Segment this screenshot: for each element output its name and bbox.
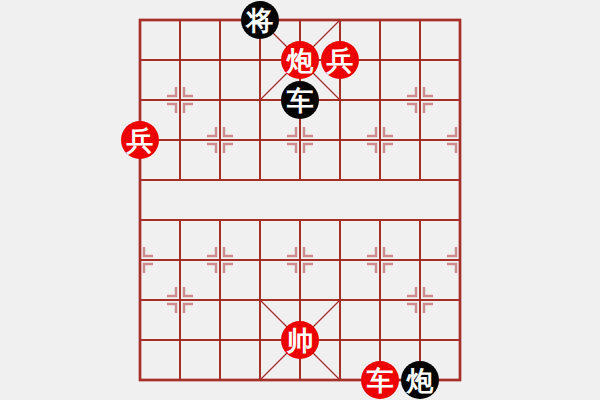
piece-red-chariot[interactable]: 车 xyxy=(361,361,399,399)
intersection[interactable] xyxy=(360,240,400,280)
intersection[interactable] xyxy=(400,280,440,320)
intersection[interactable] xyxy=(320,280,360,320)
intersection[interactable] xyxy=(320,160,360,200)
intersection[interactable] xyxy=(240,200,280,240)
piece-black-general[interactable]: 将 xyxy=(241,1,279,39)
intersection[interactable] xyxy=(440,0,480,40)
intersection[interactable] xyxy=(120,240,160,280)
intersection[interactable] xyxy=(360,0,400,40)
intersection[interactable] xyxy=(360,280,400,320)
intersection[interactable] xyxy=(160,0,200,40)
intersection[interactable] xyxy=(280,0,320,40)
intersection[interactable] xyxy=(400,0,440,40)
intersection[interactable] xyxy=(160,160,200,200)
intersection[interactable] xyxy=(440,280,480,320)
intersection[interactable] xyxy=(200,0,240,40)
intersection[interactable] xyxy=(280,280,320,320)
intersection[interactable] xyxy=(400,320,440,360)
intersection[interactable] xyxy=(160,240,200,280)
intersection[interactable] xyxy=(120,40,160,80)
intersection[interactable] xyxy=(160,120,200,160)
intersection[interactable] xyxy=(120,200,160,240)
intersection[interactable] xyxy=(440,360,480,400)
intersection[interactable] xyxy=(400,40,440,80)
intersection[interactable] xyxy=(400,240,440,280)
intersection[interactable] xyxy=(360,160,400,200)
intersection[interactable] xyxy=(360,80,400,120)
intersection[interactable] xyxy=(120,80,160,120)
piece-red-general[interactable]: 帅 xyxy=(281,321,319,359)
intersection[interactable] xyxy=(200,160,240,200)
intersection[interactable] xyxy=(320,120,360,160)
intersection[interactable] xyxy=(400,160,440,200)
piece-black-chariot[interactable]: 车 xyxy=(281,81,319,119)
piece-red-soldier[interactable]: 兵 xyxy=(121,121,159,159)
intersection[interactable] xyxy=(440,40,480,80)
intersection[interactable] xyxy=(320,200,360,240)
intersection[interactable] xyxy=(320,360,360,400)
intersection[interactable] xyxy=(200,80,240,120)
intersection[interactable] xyxy=(320,240,360,280)
intersection[interactable] xyxy=(200,240,240,280)
intersection[interactable] xyxy=(440,120,480,160)
intersection[interactable] xyxy=(160,80,200,120)
intersection[interactable] xyxy=(160,40,200,80)
intersection[interactable] xyxy=(200,320,240,360)
intersection[interactable] xyxy=(320,0,360,40)
intersection[interactable] xyxy=(240,280,280,320)
intersection[interactable] xyxy=(280,360,320,400)
intersection[interactable] xyxy=(360,40,400,80)
intersection[interactable] xyxy=(200,40,240,80)
intersection[interactable] xyxy=(240,120,280,160)
intersection[interactable] xyxy=(120,280,160,320)
intersection[interactable] xyxy=(160,200,200,240)
intersection[interactable] xyxy=(240,80,280,120)
intersection[interactable] xyxy=(280,120,320,160)
intersection[interactable] xyxy=(240,360,280,400)
intersection[interactable] xyxy=(200,120,240,160)
intersection[interactable] xyxy=(400,120,440,160)
xiangqi-board: 将炮兵车兵帅车炮 xyxy=(0,0,600,400)
piece-red-cannon[interactable]: 炮 xyxy=(281,41,319,79)
intersection[interactable] xyxy=(200,360,240,400)
intersection[interactable] xyxy=(240,320,280,360)
intersection[interactable] xyxy=(280,200,320,240)
intersection[interactable] xyxy=(360,320,400,360)
intersection[interactable] xyxy=(120,320,160,360)
intersection[interactable] xyxy=(280,240,320,280)
intersection[interactable] xyxy=(400,200,440,240)
piece-red-soldier[interactable]: 兵 xyxy=(321,41,359,79)
intersection[interactable] xyxy=(120,0,160,40)
intersection[interactable] xyxy=(200,200,240,240)
intersection[interactable] xyxy=(360,200,400,240)
intersection[interactable] xyxy=(160,280,200,320)
intersection[interactable] xyxy=(200,280,240,320)
intersection[interactable] xyxy=(160,360,200,400)
intersection[interactable] xyxy=(320,320,360,360)
intersection[interactable] xyxy=(320,80,360,120)
intersection[interactable] xyxy=(240,40,280,80)
intersection[interactable] xyxy=(440,200,480,240)
intersection[interactable] xyxy=(240,160,280,200)
intersection[interactable] xyxy=(440,80,480,120)
intersection[interactable] xyxy=(360,120,400,160)
intersection[interactable] xyxy=(120,160,160,200)
intersection[interactable] xyxy=(120,360,160,400)
board: 将炮兵车兵帅车炮 xyxy=(120,0,480,400)
intersection[interactable] xyxy=(440,240,480,280)
intersection[interactable] xyxy=(160,320,200,360)
intersection[interactable] xyxy=(400,80,440,120)
piece-black-cannon[interactable]: 炮 xyxy=(401,361,439,399)
intersection[interactable] xyxy=(240,240,280,280)
intersection[interactable] xyxy=(280,160,320,200)
intersection[interactable] xyxy=(440,160,480,200)
intersection[interactable] xyxy=(440,320,480,360)
